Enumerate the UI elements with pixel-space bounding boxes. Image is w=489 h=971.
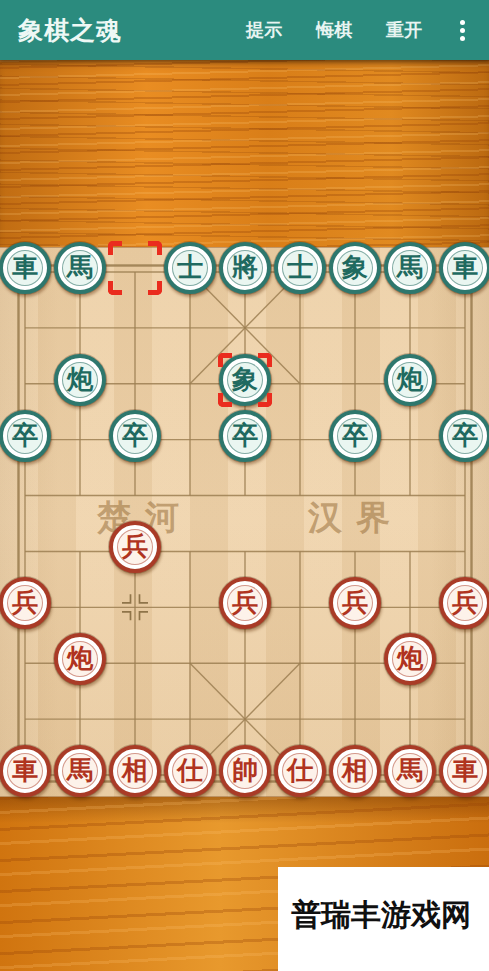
app-screen: 象棋之魂 提示 悔棋 重开 楚河 汉界 車馬士將士象馬車炮象炮卒卒卒卒卒兵兵兵兵… — [0, 0, 489, 971]
piece-red-elephant[interactable]: 相 — [329, 745, 381, 797]
piece-black-cannon[interactable]: 炮 — [384, 354, 436, 406]
piece-red-horse[interactable]: 馬 — [384, 745, 436, 797]
piece-black-soldier[interactable]: 卒 — [329, 410, 381, 462]
piece-black-horse[interactable]: 馬 — [384, 242, 436, 294]
piece-red-general[interactable]: 帥 — [219, 745, 271, 797]
piece-red-soldier[interactable]: 兵 — [0, 577, 51, 629]
piece-red-chariot[interactable]: 車 — [439, 745, 489, 797]
app-bar: 象棋之魂 提示 悔棋 重开 — [0, 0, 489, 60]
app-title: 象棋之魂 — [18, 14, 122, 47]
undo-move-button[interactable]: 悔棋 — [316, 18, 352, 42]
app-bar-actions: 提示 悔棋 重开 — [246, 18, 489, 42]
piece-red-cannon[interactable]: 炮 — [384, 633, 436, 685]
wood-table-top — [0, 60, 489, 247]
piece-black-elephant[interactable]: 象 — [329, 242, 381, 294]
piece-red-soldier[interactable]: 兵 — [109, 521, 161, 573]
piece-black-chariot[interactable]: 車 — [439, 242, 489, 294]
piece-black-soldier[interactable]: 卒 — [109, 410, 161, 462]
piece-black-general[interactable]: 將 — [219, 242, 271, 294]
xiangqi-board[interactable]: 楚河 汉界 車馬士將士象馬車炮象炮卒卒卒卒卒兵兵兵兵兵炮炮車馬相仕帥仕相馬車 — [0, 247, 489, 797]
wood-table-bottom: 普瑞丰游戏网 — [0, 797, 489, 971]
piece-red-soldier[interactable]: 兵 — [329, 577, 381, 629]
watermark-text: 普瑞丰游戏网 — [291, 898, 471, 931]
piece-black-cannon[interactable]: 炮 — [54, 354, 106, 406]
piece-red-soldier[interactable]: 兵 — [439, 577, 489, 629]
river-label-right: 汉界 — [308, 495, 404, 541]
watermark-box: 普瑞丰游戏网 — [278, 867, 489, 971]
piece-black-soldier[interactable]: 卒 — [219, 410, 271, 462]
board-grid — [0, 247, 489, 797]
piece-red-elephant[interactable]: 相 — [109, 745, 161, 797]
kebab-menu-icon[interactable] — [460, 28, 465, 33]
piece-red-chariot[interactable]: 車 — [0, 745, 51, 797]
piece-black-advisor[interactable]: 士 — [274, 242, 326, 294]
piece-black-soldier[interactable]: 卒 — [439, 410, 489, 462]
piece-black-horse[interactable]: 馬 — [54, 242, 106, 294]
piece-black-soldier[interactable]: 卒 — [0, 410, 51, 462]
piece-red-advisor[interactable]: 仕 — [164, 745, 216, 797]
piece-black-advisor[interactable]: 士 — [164, 242, 216, 294]
piece-black-chariot[interactable]: 車 — [0, 242, 51, 294]
restart-button[interactable]: 重开 — [386, 18, 422, 42]
piece-black-elephant[interactable]: 象 — [219, 354, 271, 406]
piece-red-cannon[interactable]: 炮 — [54, 633, 106, 685]
hint-button[interactable]: 提示 — [246, 18, 282, 42]
piece-red-advisor[interactable]: 仕 — [274, 745, 326, 797]
piece-red-soldier[interactable]: 兵 — [219, 577, 271, 629]
piece-red-horse[interactable]: 馬 — [54, 745, 106, 797]
